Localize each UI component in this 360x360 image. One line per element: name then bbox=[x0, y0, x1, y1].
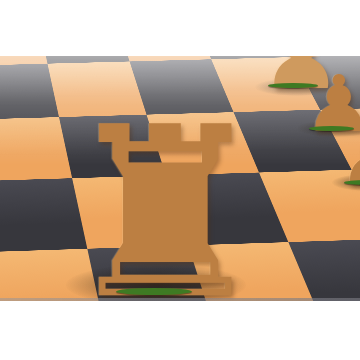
product-photo-canvas: ♟ ♟ ♟ ♜ bbox=[0, 0, 360, 360]
felt-base bbox=[116, 288, 192, 295]
felt-base bbox=[268, 83, 318, 88]
chess-set-photo: ♟ ♟ ♟ ♜ bbox=[0, 56, 360, 301]
board-bottom-edge bbox=[0, 298, 360, 301]
felt-base bbox=[309, 126, 354, 131]
white-rook: ♜ bbox=[60, 96, 271, 301]
